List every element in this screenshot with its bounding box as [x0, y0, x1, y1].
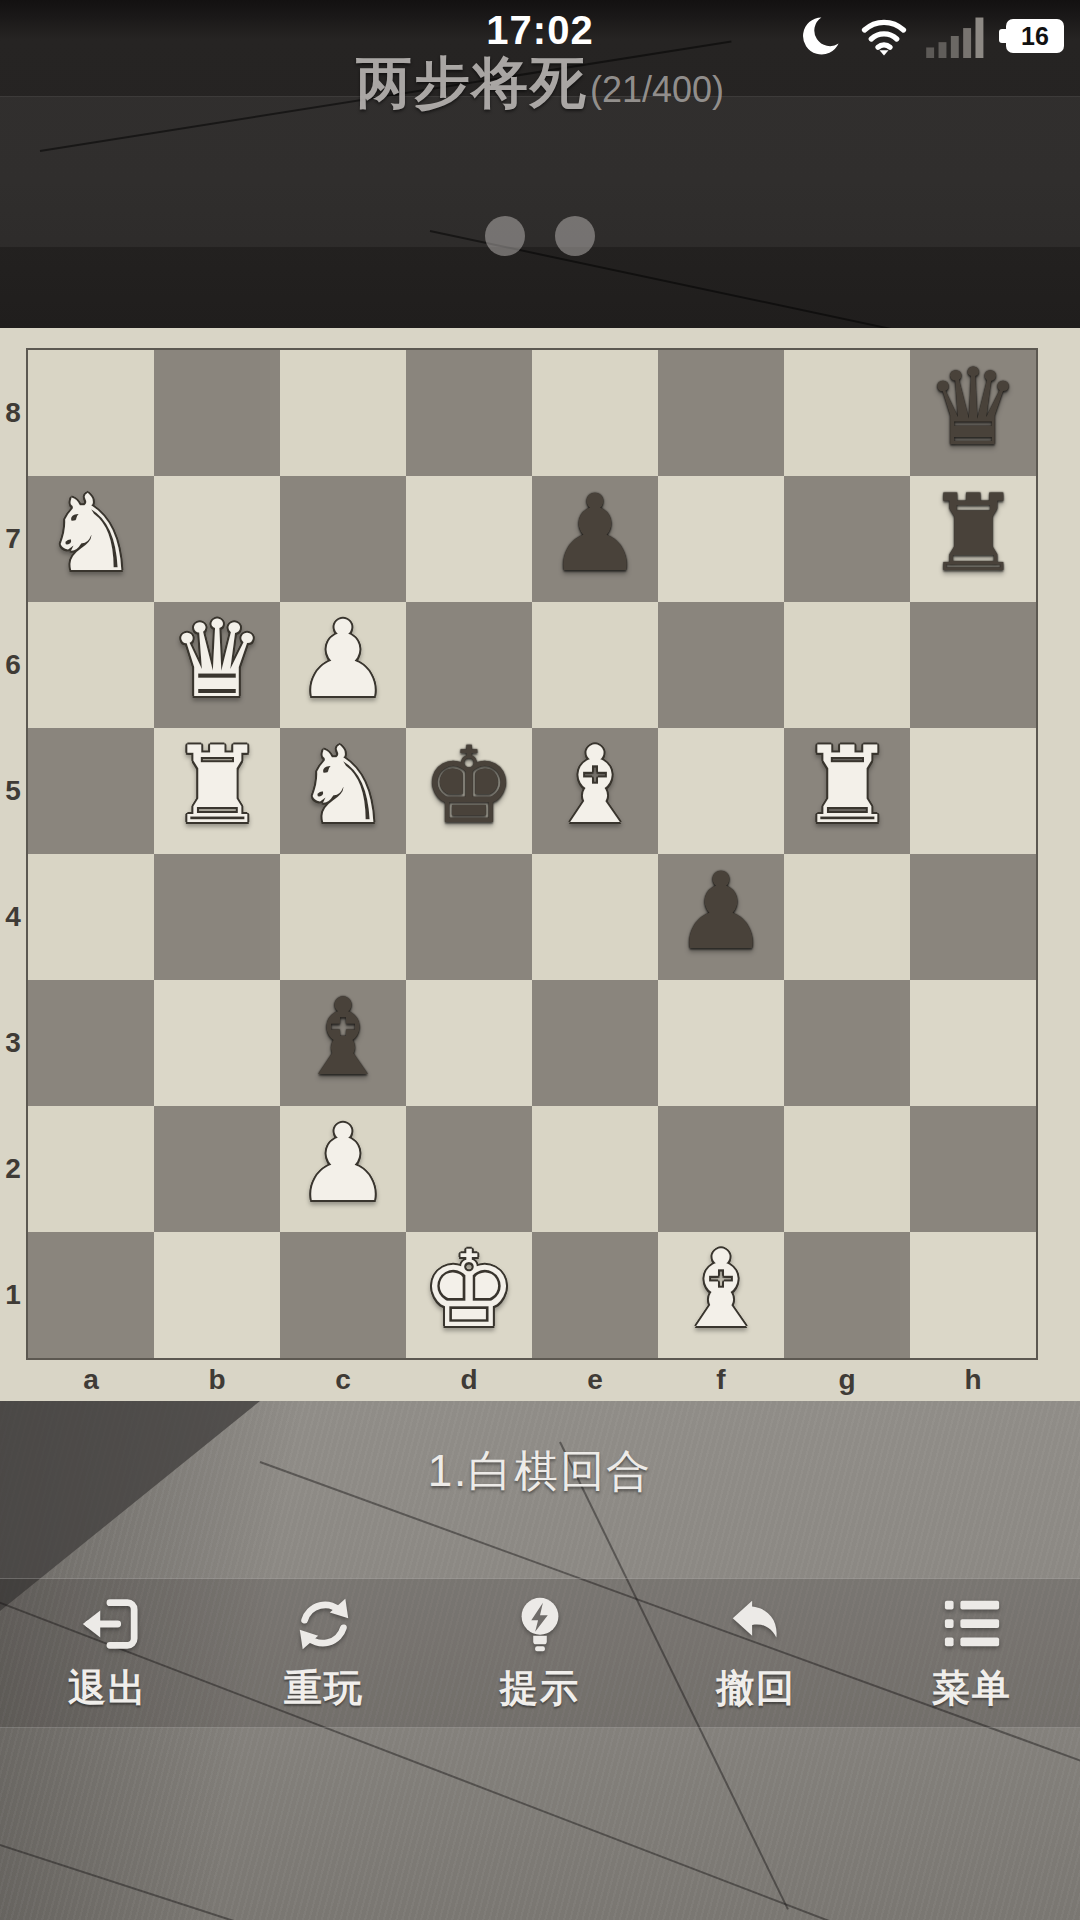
square-e1[interactable] [532, 1232, 658, 1358]
square-a5[interactable] [28, 728, 154, 854]
square-d8[interactable] [406, 350, 532, 476]
square-f6[interactable] [658, 602, 784, 728]
square-c4[interactable] [280, 854, 406, 980]
square-f5[interactable] [658, 728, 784, 854]
piece-white-knight-a7: ♞ [43, 471, 138, 597]
file-label-h: h [910, 1360, 1036, 1400]
piece-white-rook-g5: ♜ [799, 723, 894, 849]
square-a4[interactable] [28, 854, 154, 980]
square-a1[interactable] [28, 1232, 154, 1358]
bottom-toolbar: 退出 重玩 提示 撤回 [0, 1578, 1080, 1728]
piece-black-pawn-f4: ♟ [673, 849, 768, 975]
undo-label: 撤回 [716, 1663, 796, 1714]
page-dot[interactable] [485, 216, 525, 256]
replay-label: 重玩 [284, 1663, 364, 1714]
file-labels: abcdefgh [28, 1360, 1036, 1400]
piece-white-pawn-c6: ♟ [295, 597, 390, 723]
file-label-e: e [532, 1360, 658, 1400]
file-label-g: g [784, 1360, 910, 1400]
square-f4[interactable]: ♟ [658, 854, 784, 980]
exit-button[interactable]: 退出 [0, 1579, 216, 1727]
square-b7[interactable] [154, 476, 280, 602]
rank-label-8: 8 [0, 350, 26, 476]
menu-button[interactable]: 菜单 [864, 1579, 1080, 1727]
rank-label-1: 1 [0, 1232, 26, 1358]
square-e3[interactable] [532, 980, 658, 1106]
chess-board: ♛♞♟♜♛♟♜♞♚♝♜♟♝♟♚♝ [26, 348, 1038, 1360]
square-c1[interactable] [280, 1232, 406, 1358]
page-title: 两步将死 [356, 46, 588, 122]
square-c5[interactable]: ♞ [280, 728, 406, 854]
square-e4[interactable] [532, 854, 658, 980]
square-c3[interactable]: ♝ [280, 980, 406, 1106]
square-b8[interactable] [154, 350, 280, 476]
file-label-a: a [28, 1360, 154, 1400]
piece-black-king-d5: ♚ [421, 723, 516, 849]
piece-black-queen-h8: ♛ [925, 345, 1020, 471]
square-h7[interactable]: ♜ [910, 476, 1036, 602]
square-g1[interactable] [784, 1232, 910, 1358]
file-label-c: c [280, 1360, 406, 1400]
square-g5[interactable]: ♜ [784, 728, 910, 854]
square-e2[interactable] [532, 1106, 658, 1232]
square-b5[interactable]: ♜ [154, 728, 280, 854]
square-h8[interactable]: ♛ [910, 350, 1036, 476]
square-g6[interactable] [784, 602, 910, 728]
rank-label-6: 6 [0, 602, 26, 728]
square-b6[interactable]: ♛ [154, 602, 280, 728]
app-screen: 17:02 16 两步将死 (21/400) [0, 0, 1080, 1920]
battery-nub [999, 29, 1006, 43]
piece-white-queen-b6: ♛ [169, 597, 264, 723]
square-f2[interactable] [658, 1106, 784, 1232]
square-f7[interactable] [658, 476, 784, 602]
file-label-b: b [154, 1360, 280, 1400]
square-b2[interactable] [154, 1106, 280, 1232]
rank-labels: 87654321 [0, 350, 26, 1358]
page-indicator [0, 216, 1080, 256]
square-e5[interactable]: ♝ [532, 728, 658, 854]
rank-label-4: 4 [0, 854, 26, 980]
piece-black-rook-h7: ♜ [925, 471, 1020, 597]
square-a7[interactable]: ♞ [28, 476, 154, 602]
square-b3[interactable] [154, 980, 280, 1106]
hint-button[interactable]: 提示 [432, 1579, 648, 1727]
piece-black-pawn-e7: ♟ [547, 471, 642, 597]
file-label-d: d [406, 1360, 532, 1400]
undo-arrow-icon [723, 1593, 789, 1655]
square-c7[interactable] [280, 476, 406, 602]
square-d2[interactable] [406, 1106, 532, 1232]
square-f8[interactable] [658, 350, 784, 476]
square-h6[interactable] [910, 602, 1036, 728]
square-h5[interactable] [910, 728, 1036, 854]
menu-list-icon [939, 1593, 1005, 1655]
square-g8[interactable] [784, 350, 910, 476]
square-d4[interactable] [406, 854, 532, 980]
square-d1[interactable]: ♚ [406, 1232, 532, 1358]
piece-white-bishop-f1: ♝ [673, 1227, 768, 1353]
square-e8[interactable] [532, 350, 658, 476]
square-e6[interactable] [532, 602, 658, 728]
page-dot[interactable] [555, 216, 595, 256]
undo-button[interactable]: 撤回 [648, 1579, 864, 1727]
exit-label: 退出 [68, 1663, 148, 1714]
square-c6[interactable]: ♟ [280, 602, 406, 728]
piece-white-bishop-e5: ♝ [547, 723, 642, 849]
square-f3[interactable] [658, 980, 784, 1106]
hint-label: 提示 [500, 1663, 580, 1714]
square-d6[interactable] [406, 602, 532, 728]
square-d5[interactable]: ♚ [406, 728, 532, 854]
square-b4[interactable] [154, 854, 280, 980]
piece-white-king-d1: ♚ [421, 1227, 516, 1353]
rank-label-5: 5 [0, 728, 26, 854]
square-d7[interactable] [406, 476, 532, 602]
square-b1[interactable] [154, 1232, 280, 1358]
square-h1[interactable] [910, 1232, 1036, 1358]
piece-white-knight-c5: ♞ [295, 723, 390, 849]
rank-label-3: 3 [0, 980, 26, 1106]
square-f1[interactable]: ♝ [658, 1232, 784, 1358]
menu-label: 菜单 [932, 1663, 1012, 1714]
square-c8[interactable] [280, 350, 406, 476]
rank-label-2: 2 [0, 1106, 26, 1232]
replay-button[interactable]: 重玩 [216, 1579, 432, 1727]
page-header: 两步将死 (21/400) [0, 46, 1080, 122]
square-a3[interactable] [28, 980, 154, 1106]
lightbulb-icon [507, 1593, 573, 1655]
square-c2[interactable]: ♟ [280, 1106, 406, 1232]
piece-white-pawn-c2: ♟ [295, 1101, 390, 1227]
logout-icon [75, 1593, 141, 1655]
rank-label-7: 7 [0, 476, 26, 602]
square-h2[interactable] [910, 1106, 1036, 1232]
square-a8[interactable] [28, 350, 154, 476]
turn-indicator: 1.白棋回合 [0, 1442, 1080, 1501]
square-h3[interactable] [910, 980, 1036, 1106]
square-g3[interactable] [784, 980, 910, 1106]
puzzle-progress: (21/400) [590, 69, 724, 111]
file-label-f: f [658, 1360, 784, 1400]
board-panel: 87654321 ♛♞♟♜♛♟♜♞♚♝♜♟♝♟♚♝ abcdefgh [0, 328, 1080, 1401]
square-e7[interactable]: ♟ [532, 476, 658, 602]
square-h4[interactable] [910, 854, 1036, 980]
piece-black-bishop-c3: ♝ [295, 975, 390, 1101]
square-g7[interactable] [784, 476, 910, 602]
square-g2[interactable] [784, 1106, 910, 1232]
square-a6[interactable] [28, 602, 154, 728]
piece-white-rook-b5: ♜ [169, 723, 264, 849]
square-g4[interactable] [784, 854, 910, 980]
refresh-icon [291, 1593, 357, 1655]
square-a2[interactable] [28, 1106, 154, 1232]
square-d3[interactable] [406, 980, 532, 1106]
